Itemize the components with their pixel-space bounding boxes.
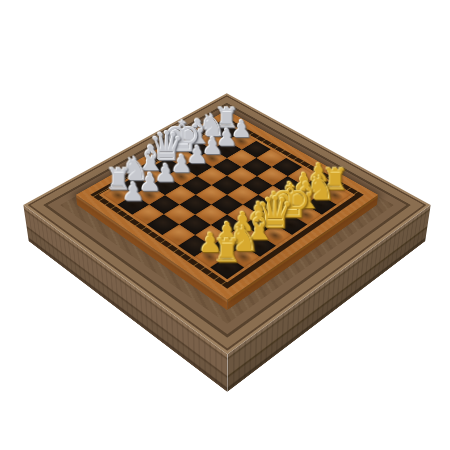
- chess-board-grid: ♜♟♟♜♞♟♟♞♝♟♟♝♚♟♟♚♛♟♟♛♝♟♟♝♞♟♟♞♜♟♟♜: [103, 124, 351, 279]
- chess-set-photo: ♜♟♟♜♞♟♟♞♝♟♟♝♚♟♟♚♛♟♟♛♝♟♟♝♞♟♟♞♜♟♟♜: [0, 0, 450, 450]
- leather-chessboard: ♜♟♟♜♞♟♟♞♝♟♟♝♚♟♟♚♛♟♟♛♝♟♟♝♞♟♟♞♜♟♟♜: [76, 110, 378, 300]
- walnut-box-base: ♜♟♟♜♞♟♟♞♝♟♟♝♚♟♟♚♛♟♟♛♝♟♟♝♞♟♟♞♜♟♟♜: [23, 93, 430, 354]
- piece-shadow: [170, 170, 192, 184]
- piece-shadow: [216, 143, 238, 156]
